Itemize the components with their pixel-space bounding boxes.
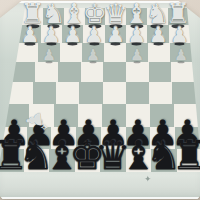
- reflection-base: [89, 61, 97, 63]
- clear-piece-base: [25, 43, 35, 46]
- pawn-reflection: ♟: [174, 48, 187, 63]
- photo-scene: ✦ ♟ ✧ ♜♞♝♚♛♝♞♜♟♟♟♟♟♟♟♟♟♟♟♟♟♟♟♟♜♞♝♚♛♝♞♜♟♟…: [0, 0, 200, 200]
- reflection-base: [177, 61, 185, 63]
- clear-piece-base: [110, 43, 120, 46]
- piece-white-pawn[interactable]: ♟: [149, 24, 168, 45]
- piece-white-pawn[interactable]: ♟: [63, 24, 82, 45]
- clear-piece-base: [68, 43, 78, 46]
- piece-white-pawn[interactable]: ♟: [42, 24, 61, 45]
- pieces-layer: ♟ ✧ ♜♞♝♚♛♝♞♜♟♟♟♟♟♟♟♟♟♟♟♟♟♟♟♟♜♞♝♚♛♝♞♜♟♟♟♟: [0, 0, 200, 200]
- clear-piece-base: [153, 43, 163, 46]
- pawn-reflection: ♟: [42, 48, 55, 63]
- piece-white-pawn[interactable]: ♟: [85, 24, 104, 45]
- glass-sparkle-icon: ✧: [40, 123, 48, 133]
- piece-white-pawn[interactable]: ♟: [106, 24, 125, 45]
- reflection-base: [45, 61, 53, 63]
- piece-black-rook[interactable]: ♜: [171, 135, 200, 175]
- pawn-reflection: ♟: [130, 48, 143, 63]
- piece-white-pawn[interactable]: ♟: [20, 24, 39, 45]
- piece-white-pawn[interactable]: ♟: [170, 24, 189, 45]
- reflection-base: [133, 61, 141, 63]
- pawn-reflection: ♟: [86, 48, 99, 63]
- piece-white-pawn[interactable]: ♟: [127, 24, 146, 45]
